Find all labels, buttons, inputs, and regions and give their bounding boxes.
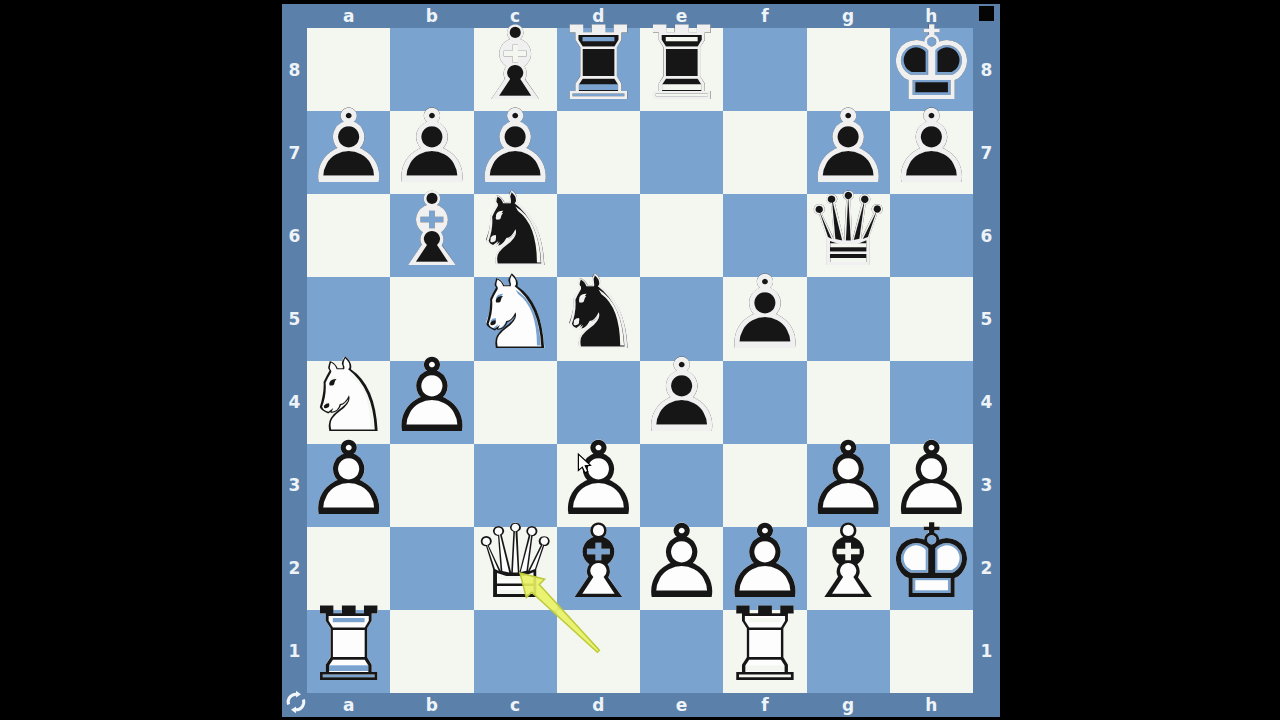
piece-fill-glyph: ♜ [307, 604, 390, 687]
piece-outline-glyph: ♖ [307, 604, 390, 687]
piece-fill-glyph: ♟ [890, 438, 973, 521]
piece-fill-glyph: ♟ [557, 438, 640, 521]
piece-fill-glyph: ♜ [557, 22, 640, 105]
file-label-e: e [640, 4, 723, 28]
rank-label-6: 6 [282, 194, 307, 277]
flip-board-icon[interactable] [284, 690, 308, 714]
rank-label-3: 3 [973, 444, 1000, 527]
square-f7[interactable] [723, 111, 806, 194]
piece-fill-glyph: ♟ [390, 355, 473, 438]
piece-white-pawn[interactable]: ♟♙ [640, 527, 723, 610]
piece-outline-glyph: ♘ [307, 355, 390, 438]
square-b7[interactable]: ♟♙ [390, 111, 473, 194]
piece-outline-glyph: ♙ [307, 105, 390, 188]
square-c1[interactable] [474, 610, 557, 693]
square-c7[interactable]: ♟♙ [474, 111, 557, 194]
square-f6[interactable] [723, 194, 806, 277]
piece-outline-glyph: ♔ [890, 22, 973, 105]
file-label-g: g [807, 693, 890, 717]
piece-outline-glyph: ♖ [640, 22, 723, 105]
file-label-b: b [390, 4, 473, 28]
rank-label-6: 6 [973, 194, 1000, 277]
piece-black-bishop[interactable]: ♝♗ [390, 194, 473, 277]
piece-fill-glyph: ♜ [640, 22, 723, 105]
piece-fill-glyph: ♞ [474, 271, 557, 354]
file-label-b: b [390, 693, 473, 717]
piece-fill-glyph: ♝ [807, 521, 890, 604]
rank-label-4: 4 [973, 361, 1000, 444]
square-f5[interactable]: ♟♙ [723, 277, 806, 360]
file-label-a: a [307, 693, 390, 717]
square-e8[interactable]: ♜♖ [640, 28, 723, 111]
square-e5[interactable] [640, 277, 723, 360]
piece-fill-glyph: ♝ [474, 22, 557, 105]
square-g1[interactable] [807, 610, 890, 693]
square-a6[interactable] [307, 194, 390, 277]
rank-label-7: 7 [282, 111, 307, 194]
square-b2[interactable] [390, 527, 473, 610]
file-label-c: c [474, 4, 557, 28]
piece-white-pawn[interactable]: ♟♙ [723, 527, 806, 610]
square-f2[interactable]: ♟♙ [723, 527, 806, 610]
file-labels-bottom: abcdefgh [307, 693, 973, 717]
piece-outline-glyph: ♖ [557, 22, 640, 105]
square-e4[interactable]: ♟♙ [640, 361, 723, 444]
square-f8[interactable] [723, 28, 806, 111]
piece-fill-glyph: ♟ [640, 355, 723, 438]
piece-outline-glyph: ♙ [890, 105, 973, 188]
piece-fill-glyph: ♟ [807, 105, 890, 188]
piece-outline-glyph: ♗ [557, 521, 640, 604]
piece-outline-glyph: ♗ [390, 188, 473, 271]
square-b5[interactable] [390, 277, 473, 360]
square-h3[interactable]: ♟♙ [890, 444, 973, 527]
square-b1[interactable] [390, 610, 473, 693]
square-d1[interactable] [557, 610, 640, 693]
file-label-f: f [723, 4, 806, 28]
square-a2[interactable] [307, 527, 390, 610]
piece-black-rook[interactable]: ♜♖ [557, 28, 640, 111]
square-c2[interactable]: ♛♕ [474, 527, 557, 610]
piece-white-rook[interactable]: ♜♖ [723, 610, 806, 693]
square-c6[interactable]: ♞♘ [474, 194, 557, 277]
rank-label-4: 4 [282, 361, 307, 444]
piece-fill-glyph: ♞ [474, 188, 557, 271]
square-c4[interactable] [474, 361, 557, 444]
square-f1[interactable]: ♜♖ [723, 610, 806, 693]
square-d3[interactable]: ♟♙ [557, 444, 640, 527]
piece-outline-glyph: ♕ [474, 521, 557, 604]
square-d8[interactable]: ♜♖ [557, 28, 640, 111]
square-a3[interactable]: ♟♙ [307, 444, 390, 527]
piece-outline-glyph: ♙ [640, 521, 723, 604]
rank-label-8: 8 [282, 28, 307, 111]
chess-board: abcdefgh abcdefgh 87654321 87654321 ♝♗♜♖… [282, 0, 1000, 720]
rank-label-7: 7 [973, 111, 1000, 194]
piece-fill-glyph: ♝ [390, 188, 473, 271]
piece-white-knight[interactable]: ♞♘ [307, 361, 390, 444]
piece-black-king[interactable]: ♚♔ [890, 28, 973, 111]
piece-white-bishop[interactable]: ♝♗ [807, 527, 890, 610]
file-label-d: d [557, 4, 640, 28]
file-labels-top: abcdefgh [307, 4, 973, 28]
file-label-f: f [723, 693, 806, 717]
square-e7[interactable] [640, 111, 723, 194]
piece-outline-glyph: ♙ [807, 105, 890, 188]
piece-white-pawn[interactable]: ♟♙ [307, 444, 390, 527]
rank-label-2: 2 [973, 527, 1000, 610]
piece-outline-glyph: ♙ [307, 438, 390, 521]
piece-outline-glyph: ♙ [723, 271, 806, 354]
rank-label-2: 2 [282, 527, 307, 610]
piece-outline-glyph: ♙ [723, 521, 806, 604]
square-b8[interactable] [390, 28, 473, 111]
square-c3[interactable] [474, 444, 557, 527]
piece-outline-glyph: ♙ [557, 438, 640, 521]
square-a1[interactable]: ♜♖ [307, 610, 390, 693]
square-g8[interactable] [807, 28, 890, 111]
square-e6[interactable] [640, 194, 723, 277]
piece-black-pawn[interactable]: ♟♙ [307, 111, 390, 194]
square-d5[interactable]: ♞♘ [557, 277, 640, 360]
square-h4[interactable] [890, 361, 973, 444]
chess-app-screenshot: abcdefgh abcdefgh 87654321 87654321 ♝♗♜♖… [0, 0, 1280, 720]
piece-white-rook[interactable]: ♜♖ [307, 610, 390, 693]
rank-label-5: 5 [973, 277, 1000, 360]
piece-white-pawn[interactable]: ♟♙ [890, 444, 973, 527]
piece-outline-glyph: ♔ [890, 521, 973, 604]
piece-black-pawn[interactable]: ♟♙ [474, 111, 557, 194]
piece-fill-glyph: ♝ [557, 521, 640, 604]
square-d7[interactable] [557, 111, 640, 194]
file-label-e: e [640, 693, 723, 717]
square-d4[interactable] [557, 361, 640, 444]
black-to-move-indicator-icon [979, 6, 994, 21]
square-g6[interactable]: ♛♕ [807, 194, 890, 277]
board-squares: ♝♗♜♖♜♖♚♔♟♙♟♙♟♙♟♙♟♙♝♗♞♘♛♕♞♘♞♘♟♙♞♘♟♙♟♙♟♙♟♙… [307, 28, 973, 693]
square-d2[interactable]: ♝♗ [557, 527, 640, 610]
piece-black-knight[interactable]: ♞♘ [557, 277, 640, 360]
piece-outline-glyph: ♙ [474, 105, 557, 188]
piece-outline-glyph: ♘ [474, 188, 557, 271]
piece-white-queen[interactable]: ♛♕ [474, 527, 557, 610]
rank-labels-left: 87654321 [282, 28, 307, 693]
square-g2[interactable]: ♝♗ [807, 527, 890, 610]
piece-fill-glyph: ♟ [390, 105, 473, 188]
piece-outline-glyph: ♘ [474, 271, 557, 354]
square-h6[interactable] [890, 194, 973, 277]
square-h5[interactable] [890, 277, 973, 360]
piece-fill-glyph: ♟ [807, 438, 890, 521]
rank-labels-right: 87654321 [973, 28, 1000, 693]
square-h8[interactable]: ♚♔ [890, 28, 973, 111]
rank-label-8: 8 [973, 28, 1000, 111]
piece-fill-glyph: ♚ [890, 22, 973, 105]
piece-outline-glyph: ♙ [807, 438, 890, 521]
square-h2[interactable]: ♚♔ [890, 527, 973, 610]
square-e2[interactable]: ♟♙ [640, 527, 723, 610]
piece-black-pawn[interactable]: ♟♙ [390, 111, 473, 194]
file-label-a: a [307, 4, 390, 28]
piece-black-pawn[interactable]: ♟♙ [723, 277, 806, 360]
piece-outline-glyph: ♙ [890, 438, 973, 521]
piece-fill-glyph: ♟ [723, 521, 806, 604]
square-b6[interactable]: ♝♗ [390, 194, 473, 277]
piece-fill-glyph: ♞ [557, 271, 640, 354]
piece-outline-glyph: ♙ [390, 355, 473, 438]
rank-label-1: 1 [282, 610, 307, 693]
piece-fill-glyph: ♟ [640, 521, 723, 604]
file-label-g: g [807, 4, 890, 28]
piece-white-pawn[interactable]: ♟♙ [390, 361, 473, 444]
piece-fill-glyph: ♟ [307, 105, 390, 188]
piece-white-knight[interactable]: ♞♘ [474, 277, 557, 360]
piece-fill-glyph: ♟ [890, 105, 973, 188]
piece-outline-glyph: ♘ [557, 271, 640, 354]
piece-fill-glyph: ♟ [474, 105, 557, 188]
square-a8[interactable] [307, 28, 390, 111]
piece-fill-glyph: ♟ [307, 438, 390, 521]
rotate-arrowhead [291, 706, 296, 713]
piece-outline-glyph: ♕ [807, 188, 890, 271]
square-e3[interactable] [640, 444, 723, 527]
square-g7[interactable]: ♟♙ [807, 111, 890, 194]
piece-fill-glyph: ♞ [307, 355, 390, 438]
square-g4[interactable] [807, 361, 890, 444]
piece-fill-glyph: ♛ [474, 521, 557, 604]
piece-white-bishop[interactable]: ♝♗ [557, 527, 640, 610]
file-label-h: h [890, 4, 973, 28]
square-h7[interactable]: ♟♙ [890, 111, 973, 194]
piece-black-queen[interactable]: ♛♕ [807, 194, 890, 277]
piece-outline-glyph: ♙ [390, 105, 473, 188]
square-g5[interactable] [807, 277, 890, 360]
rotate-arrowhead [296, 691, 301, 698]
square-a5[interactable] [307, 277, 390, 360]
rank-label-5: 5 [282, 277, 307, 360]
square-h1[interactable] [890, 610, 973, 693]
piece-black-knight[interactable]: ♞♘ [474, 194, 557, 277]
piece-fill-glyph: ♚ [890, 521, 973, 604]
piece-fill-glyph: ♛ [807, 188, 890, 271]
square-f4[interactable] [723, 361, 806, 444]
file-label-h: h [890, 693, 973, 717]
piece-outline-glyph: ♗ [807, 521, 890, 604]
square-d6[interactable] [557, 194, 640, 277]
file-label-d: d [557, 693, 640, 717]
piece-white-pawn[interactable]: ♟♙ [807, 444, 890, 527]
square-g3[interactable]: ♟♙ [807, 444, 890, 527]
square-c8[interactable]: ♝♗ [474, 28, 557, 111]
square-c5[interactable]: ♞♘ [474, 277, 557, 360]
piece-fill-glyph: ♜ [723, 604, 806, 687]
square-b3[interactable] [390, 444, 473, 527]
piece-outline-glyph: ♙ [640, 355, 723, 438]
piece-white-pawn[interactable]: ♟♙ [557, 444, 640, 527]
piece-black-pawn[interactable]: ♟♙ [890, 111, 973, 194]
square-e1[interactable] [640, 610, 723, 693]
square-a7[interactable]: ♟♙ [307, 111, 390, 194]
piece-white-king[interactable]: ♚♔ [890, 527, 973, 610]
file-label-c: c [474, 693, 557, 717]
piece-black-pawn[interactable]: ♟♙ [807, 111, 890, 194]
rank-label-3: 3 [282, 444, 307, 527]
piece-fill-glyph: ♟ [723, 271, 806, 354]
square-f3[interactable] [723, 444, 806, 527]
square-a4[interactable]: ♞♘ [307, 361, 390, 444]
piece-black-pawn[interactable]: ♟♙ [640, 361, 723, 444]
rank-label-1: 1 [973, 610, 1000, 693]
piece-outline-glyph: ♖ [723, 604, 806, 687]
piece-outline-glyph: ♗ [474, 22, 557, 105]
square-b4[interactable]: ♟♙ [390, 361, 473, 444]
piece-black-rook[interactable]: ♜♖ [640, 28, 723, 111]
piece-black-bishop[interactable]: ♝♗ [474, 28, 557, 111]
